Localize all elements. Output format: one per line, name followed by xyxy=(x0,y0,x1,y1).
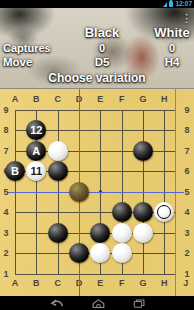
coordinate-label-right: 4 xyxy=(180,207,194,217)
coordinate-label-bottom: G xyxy=(136,278,150,288)
move-label: Move xyxy=(3,56,32,68)
captures-label: Captures xyxy=(3,42,51,54)
app-screen: 12:07 ⋮ Black White Captures 0 0 Move D5… xyxy=(0,0,194,310)
stone-white xyxy=(154,202,174,222)
coordinate-label-left: 9 xyxy=(0,105,13,115)
coordinate-label-right: 8 xyxy=(180,125,194,135)
coordinate-label-top: F xyxy=(115,94,129,104)
stone-black xyxy=(90,223,110,243)
black-captures-value: 0 xyxy=(60,42,144,54)
signal-icon xyxy=(163,2,167,7)
crosshair-horizontal-line xyxy=(8,192,184,193)
stone-black xyxy=(133,141,153,161)
coordinate-label-bottom: B xyxy=(29,278,43,288)
coordinate-label-right: 7 xyxy=(180,146,194,156)
stone-pending xyxy=(69,182,89,202)
stone-white xyxy=(112,243,132,263)
stone-black: 12 xyxy=(26,120,46,140)
variation-stone-A[interactable]: A xyxy=(26,141,46,161)
coordinate-label-right: 3 xyxy=(180,228,194,238)
go-board[interactable]: ABCDEFGHABCDEFGHJ99887766554433221112AB1… xyxy=(0,89,194,296)
coordinate-label-top: G xyxy=(136,94,150,104)
coordinate-label-top: B xyxy=(29,94,43,104)
coordinate-label-bottom: E xyxy=(93,278,107,288)
stone-black xyxy=(112,202,132,222)
back-icon[interactable] xyxy=(50,299,64,308)
stone-black xyxy=(69,243,89,263)
board-grid-line xyxy=(15,274,175,275)
stone-white: 11 xyxy=(26,161,46,181)
stone-black xyxy=(48,223,68,243)
board-right-edge xyxy=(175,89,176,296)
captures-row: Captures 0 0 xyxy=(0,42,194,55)
recents-icon[interactable] xyxy=(133,299,145,308)
coordinate-label-bottom: F xyxy=(115,278,129,288)
players-row: Black White xyxy=(0,25,194,40)
home-icon[interactable] xyxy=(92,299,105,308)
board-grid-line xyxy=(15,110,175,111)
coordinate-label-right: 6 xyxy=(180,166,194,176)
move-row: Move D5 H4 xyxy=(0,56,194,69)
coordinate-label-bottom: A xyxy=(8,278,22,288)
white-last-move: H4 xyxy=(150,56,194,68)
last-move-marker xyxy=(157,205,171,219)
coordinate-label-bottom: C xyxy=(51,278,65,288)
status-icons: 12:07 xyxy=(163,0,192,8)
coordinate-label-left: 1 xyxy=(0,269,13,279)
coordinate-label-right: 9 xyxy=(180,105,194,115)
coordinate-label-top: C xyxy=(51,94,65,104)
status-time: 12:07 xyxy=(175,0,192,8)
coordinate-label-bottom: H xyxy=(157,278,171,288)
white-captures-value: 0 xyxy=(150,42,194,54)
coordinate-label-top: H xyxy=(157,94,171,104)
stone-white xyxy=(90,243,110,263)
white-player-label: White xyxy=(150,25,194,40)
stone-white xyxy=(133,223,153,243)
navigation-bar xyxy=(0,296,194,310)
black-last-move: D5 xyxy=(60,56,144,68)
stone-black xyxy=(48,161,68,181)
choose-variation-prompt: Choose variation xyxy=(0,71,194,85)
status-bar: 12:07 xyxy=(0,0,194,8)
coordinate-label-right: 2 xyxy=(180,248,194,258)
stone-white xyxy=(112,223,132,243)
black-player-label: Black xyxy=(60,25,144,40)
stone-black xyxy=(133,202,153,222)
coordinate-label-right: 1 xyxy=(180,269,194,279)
coordinate-label-left: 3 xyxy=(0,228,13,238)
variation-stone-B[interactable]: B xyxy=(5,161,25,181)
coordinate-label-left: 7 xyxy=(0,146,13,156)
header-artwork: ⋮ Black White Captures 0 0 Move D5 H4 Ch… xyxy=(0,8,194,89)
stone-white xyxy=(48,141,68,161)
coordinate-label-bottom: J xyxy=(179,278,193,288)
coordinate-label-left: 8 xyxy=(0,125,13,135)
coordinate-label-left: 4 xyxy=(0,207,13,217)
coordinate-label-top: E xyxy=(93,94,107,104)
coordinate-label-left: 2 xyxy=(0,248,13,258)
coordinate-label-top: A xyxy=(8,94,22,104)
battery-icon xyxy=(169,1,173,7)
